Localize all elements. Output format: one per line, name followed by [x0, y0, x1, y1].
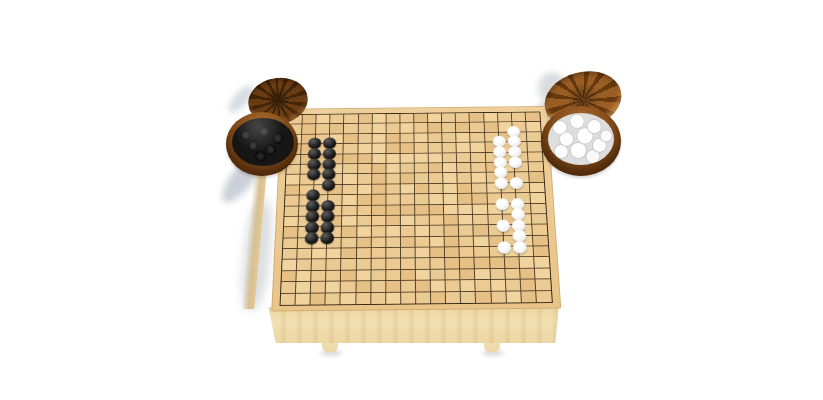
go-scene	[0, 0, 823, 400]
black-stone[interactable]	[320, 232, 334, 244]
black-stone[interactable]	[305, 232, 319, 244]
white-stone[interactable]	[512, 241, 526, 253]
board-stones-layer	[280, 112, 553, 306]
white-stone[interactable]	[509, 177, 523, 189]
white-stones-pile	[548, 113, 614, 165]
white-stone[interactable]	[495, 177, 509, 189]
white-stone[interactable]	[508, 156, 522, 168]
white-stone[interactable]	[497, 219, 511, 231]
white-stone-bowl[interactable]	[541, 106, 621, 176]
black-stone[interactable]	[307, 169, 321, 181]
board-top-surface[interactable]	[271, 106, 561, 312]
white-stone[interactable]	[498, 241, 512, 253]
black-stone[interactable]	[321, 179, 335, 191]
black-stone-bowl[interactable]	[226, 112, 298, 176]
black-stones-pile	[232, 118, 294, 167]
go-board[interactable]	[269, 70, 561, 311]
white-stone[interactable]	[496, 198, 510, 210]
board-front-face	[265, 307, 560, 343]
